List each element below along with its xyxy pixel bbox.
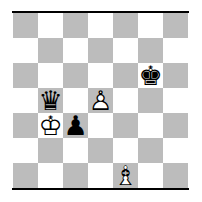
chess-diagram: ♚♛♟♙♚♔♟♝♗ <box>0 0 202 202</box>
square-r0c2[interactable] <box>63 13 88 38</box>
square-r1c6[interactable] <box>163 38 188 63</box>
white-king-glyph: ♔ <box>38 113 63 138</box>
white-king[interactable]: ♚♔ <box>38 113 63 138</box>
square-r0c3[interactable] <box>88 13 113 38</box>
square-r5c2[interactable] <box>63 138 88 163</box>
square-r6c6[interactable] <box>163 163 188 188</box>
square-r1c1[interactable] <box>38 38 63 63</box>
square-r2c0[interactable] <box>13 63 38 88</box>
square-r4c2[interactable]: ♟ <box>63 113 88 138</box>
square-r1c3[interactable] <box>88 38 113 63</box>
square-r6c1[interactable] <box>38 163 63 188</box>
square-r4c1[interactable]: ♚♔ <box>38 113 63 138</box>
square-r4c4[interactable] <box>113 113 138 138</box>
square-r4c0[interactable] <box>13 113 38 138</box>
square-r1c2[interactable] <box>63 38 88 63</box>
square-r1c4[interactable] <box>113 38 138 63</box>
white-bishop-glyph: ♗ <box>113 163 138 188</box>
square-r3c3[interactable]: ♟♙ <box>88 88 113 113</box>
black-king[interactable]: ♚ <box>138 63 163 88</box>
square-r5c1[interactable] <box>38 138 63 163</box>
white-pawn-glyph: ♙ <box>88 88 113 113</box>
black-king-glyph: ♚ <box>138 63 163 88</box>
square-r2c6[interactable] <box>163 63 188 88</box>
square-r0c6[interactable] <box>163 13 188 38</box>
white-pawn[interactable]: ♟♙ <box>88 88 113 113</box>
square-r2c2[interactable] <box>63 63 88 88</box>
square-r0c0[interactable] <box>13 13 38 38</box>
square-r2c4[interactable] <box>113 63 138 88</box>
square-r6c2[interactable] <box>63 163 88 188</box>
square-r0c1[interactable] <box>38 13 63 38</box>
square-r2c5[interactable]: ♚ <box>138 63 163 88</box>
black-pawn-glyph: ♟ <box>63 113 88 138</box>
square-r0c5[interactable] <box>138 13 163 38</box>
square-r4c6[interactable] <box>163 113 188 138</box>
square-r3c6[interactable] <box>163 88 188 113</box>
square-r6c0[interactable] <box>13 163 38 188</box>
square-r6c3[interactable] <box>88 163 113 188</box>
white-bishop[interactable]: ♝♗ <box>113 163 138 188</box>
board-bottom-border <box>12 188 189 190</box>
chess-board: ♚♛♟♙♚♔♟♝♗ <box>13 13 188 188</box>
square-r4c3[interactable] <box>88 113 113 138</box>
black-pawn[interactable]: ♟ <box>63 113 88 138</box>
square-r4c5[interactable] <box>138 113 163 138</box>
square-r1c0[interactable] <box>13 38 38 63</box>
square-r3c4[interactable] <box>113 88 138 113</box>
square-r3c5[interactable] <box>138 88 163 113</box>
square-r5c3[interactable] <box>88 138 113 163</box>
square-r5c6[interactable] <box>163 138 188 163</box>
square-r5c0[interactable] <box>13 138 38 163</box>
square-r6c4[interactable]: ♝♗ <box>113 163 138 188</box>
square-r6c5[interactable] <box>138 163 163 188</box>
square-r3c0[interactable] <box>13 88 38 113</box>
square-r0c4[interactable] <box>113 13 138 38</box>
square-r5c5[interactable] <box>138 138 163 163</box>
